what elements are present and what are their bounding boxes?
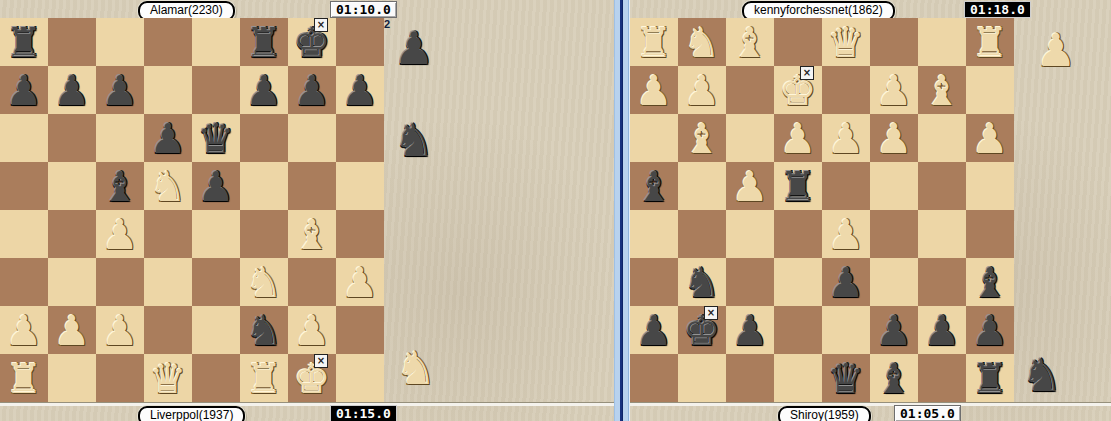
square-e1[interactable]	[774, 18, 822, 66]
square-f1[interactable]: ♝	[726, 18, 774, 66]
square-c5[interactable]: ♝	[96, 162, 144, 210]
square-a7[interactable]: ♟	[0, 66, 48, 114]
white-pawn: ♟	[96, 306, 144, 354]
square-d7[interactable]	[822, 306, 870, 354]
square-b8[interactable]	[918, 354, 966, 402]
square-g7[interactable]: ♚×	[678, 306, 726, 354]
holdings-tray-right: ♟♞	[1014, 18, 1084, 402]
square-f7[interactable]: ♟	[240, 66, 288, 114]
white-knight: ♞	[144, 162, 192, 210]
square-a5[interactable]	[0, 162, 48, 210]
left-top-strip: Alamar(2230) 01:10.0	[0, 0, 614, 18]
black-queen: ♛	[822, 354, 870, 402]
square-c2[interactable]: ♟	[870, 66, 918, 114]
square-a2[interactable]	[966, 66, 1014, 114]
square-a1[interactable]: ♜	[966, 18, 1014, 66]
black-knight: ♞	[240, 306, 288, 354]
square-f7[interactable]: ♟	[726, 306, 774, 354]
square-h6[interactable]	[630, 258, 678, 306]
square-b8[interactable]	[48, 18, 96, 66]
square-d6[interactable]: ♟	[822, 258, 870, 306]
square-b7[interactable]: ♟	[918, 306, 966, 354]
king-flag-marker-icon: ×	[800, 66, 814, 80]
square-h8[interactable]	[336, 18, 384, 66]
white-pawn: ♟	[48, 306, 96, 354]
square-b3[interactable]	[918, 114, 966, 162]
square-b3[interactable]	[48, 258, 96, 306]
black-pawn: ♟	[48, 66, 96, 114]
square-a3[interactable]	[0, 258, 48, 306]
square-g6[interactable]: ♞	[678, 258, 726, 306]
black-knight: ♞	[678, 258, 726, 306]
black-rook: ♜	[774, 162, 822, 210]
black-king: ♚	[678, 306, 726, 354]
square-g5[interactable]	[288, 162, 336, 210]
square-e7[interactable]	[192, 66, 240, 114]
square-f5[interactable]	[726, 210, 774, 258]
black-pawn: ♟	[726, 306, 774, 354]
square-b7[interactable]: ♟	[48, 66, 96, 114]
square-d2[interactable]	[144, 306, 192, 354]
square-e7[interactable]	[774, 306, 822, 354]
chess-board-left: ♜♜♚×♟♟♟♟♟♟♟♛♝♞♟♟♝♞♟♟♟♟♞♟♜♛♜♚×	[0, 18, 384, 402]
square-c2[interactable]: ♟	[96, 306, 144, 354]
black-bishop: ♝	[96, 162, 144, 210]
white-bishop: ♝	[288, 210, 336, 258]
square-g6[interactable]	[288, 114, 336, 162]
square-h4[interactable]: ♝	[630, 162, 678, 210]
white-pawn: ♟	[870, 114, 918, 162]
square-c3[interactable]: ♟	[870, 114, 918, 162]
square-b1[interactable]	[918, 18, 966, 66]
square-a5[interactable]	[966, 210, 1014, 258]
square-a4[interactable]	[0, 210, 48, 258]
black-bishop: ♝	[966, 258, 1014, 306]
white-bishop: ♝	[918, 66, 966, 114]
square-a8[interactable]: ♜	[0, 18, 48, 66]
square-c8[interactable]	[96, 18, 144, 66]
king-flag-marker-icon: ×	[314, 354, 328, 368]
white-king: ♚	[288, 354, 336, 402]
white-king: ♚	[774, 66, 822, 114]
white-pawn: ♟	[630, 66, 678, 114]
square-e3[interactable]: ♟	[774, 114, 822, 162]
square-c6[interactable]	[96, 114, 144, 162]
black-pawn: ♟	[240, 66, 288, 114]
white-pawn: ♟	[726, 162, 774, 210]
right-bottom-clock: 01:05.0	[894, 405, 961, 421]
square-f2[interactable]	[726, 66, 774, 114]
right-bottom-player-label: Shiroy(1959)	[778, 406, 871, 421]
square-c6[interactable]	[870, 258, 918, 306]
square-e4[interactable]: ♜	[774, 162, 822, 210]
square-f4[interactable]: ♟	[726, 162, 774, 210]
square-f3[interactable]: ♞	[240, 258, 288, 306]
right-top-strip: kennyforchessnet(1862) 01:18.0	[630, 0, 1111, 18]
left-top-clock: 01:10.0	[330, 1, 397, 18]
white-pawn: ♟	[774, 114, 822, 162]
square-h5[interactable]	[630, 210, 678, 258]
square-b2[interactable]: ♝	[918, 66, 966, 114]
square-a6[interactable]: ♝	[966, 258, 1014, 306]
square-c4[interactable]: ♟	[96, 210, 144, 258]
square-a6[interactable]	[0, 114, 48, 162]
black-rook: ♜	[240, 18, 288, 66]
square-c1[interactable]	[870, 18, 918, 66]
square-e8[interactable]	[774, 354, 822, 402]
square-e2[interactable]	[192, 306, 240, 354]
square-a3[interactable]: ♟	[966, 114, 1014, 162]
right-top-clock: 01:18.0	[964, 1, 1031, 18]
square-c4[interactable]	[870, 162, 918, 210]
square-e1[interactable]	[192, 354, 240, 402]
square-b2[interactable]: ♟	[48, 306, 96, 354]
black-pawn: ♟	[870, 306, 918, 354]
black-pawn: ♟	[822, 258, 870, 306]
square-g1[interactable]: ♞	[678, 18, 726, 66]
square-h7[interactable]: ♟	[630, 306, 678, 354]
square-b6[interactable]	[918, 258, 966, 306]
white-pawn: ♟	[822, 210, 870, 258]
white-bishop: ♝	[678, 114, 726, 162]
square-a4[interactable]	[966, 162, 1014, 210]
square-d6[interactable]: ♟	[144, 114, 192, 162]
bughouse-client-window: Alamar(2230) 01:10.0 ♜♜♚×♟♟♟♟♟♟♟♛♝♞♟♟♝♞♟…	[0, 0, 1111, 421]
holding-black-knight[interactable]: ♞	[388, 114, 440, 166]
square-g7[interactable]: ♟	[288, 66, 336, 114]
square-g4[interactable]	[678, 162, 726, 210]
holding-count-badge: 2	[384, 19, 390, 30]
chess-board-right: ♜♞♝♛♜♟♟♚×♟♝♝♟♟♟♟♝♟♜♟♞♟♝♟♚×♟♟♟♟♛♝♜	[630, 18, 1014, 402]
white-pawn: ♟	[678, 66, 726, 114]
black-pawn: ♟	[288, 66, 336, 114]
square-g3[interactable]	[288, 258, 336, 306]
black-pawn: ♟	[0, 66, 48, 114]
square-f8[interactable]	[726, 354, 774, 402]
square-c7[interactable]: ♟	[96, 66, 144, 114]
holding-black-pawn[interactable]: ♟2	[388, 22, 440, 74]
king-flag-marker-icon: ×	[704, 306, 718, 320]
square-f6[interactable]	[240, 114, 288, 162]
black-pawn: ♟	[630, 306, 678, 354]
square-h3[interactable]: ♟	[336, 258, 384, 306]
square-g8[interactable]: ♚×	[288, 18, 336, 66]
square-d5[interactable]: ♞	[144, 162, 192, 210]
square-h3[interactable]	[630, 114, 678, 162]
black-rook: ♜	[0, 18, 48, 66]
square-d2[interactable]	[822, 66, 870, 114]
square-g8[interactable]	[678, 354, 726, 402]
board-panel-left: Alamar(2230) 01:10.0 ♜♜♚×♟♟♟♟♟♟♟♛♝♞♟♟♝♞♟…	[0, 0, 614, 421]
square-d8[interactable]	[144, 18, 192, 66]
black-rook: ♜	[966, 354, 1014, 402]
black-pawn: ♟	[192, 162, 240, 210]
black-pawn: ♟	[336, 66, 384, 114]
white-pawn: ♟	[822, 114, 870, 162]
white-pawn: ♟	[336, 258, 384, 306]
square-e6[interactable]: ♛	[192, 114, 240, 162]
square-h6[interactable]	[336, 114, 384, 162]
square-d3[interactable]	[144, 258, 192, 306]
holding-white-knight[interactable]: ♞	[390, 342, 442, 394]
right-bottom-strip: Shiroy(1959) 01:05.0	[630, 405, 1111, 421]
square-f5[interactable]	[240, 162, 288, 210]
square-d7[interactable]	[144, 66, 192, 114]
square-f4[interactable]	[240, 210, 288, 258]
square-h1[interactable]: ♜	[630, 18, 678, 66]
square-b6[interactable]	[48, 114, 96, 162]
square-g4[interactable]: ♝	[288, 210, 336, 258]
square-c8[interactable]: ♝	[870, 354, 918, 402]
square-b5[interactable]	[48, 162, 96, 210]
square-h5[interactable]	[336, 162, 384, 210]
black-queen: ♛	[192, 114, 240, 162]
holding-black-knight[interactable]: ♞	[1016, 349, 1068, 401]
black-pawn: ♟	[96, 66, 144, 114]
black-pawn: ♟	[144, 114, 192, 162]
holdings-tray-left: ♟2♞♞	[384, 18, 454, 402]
square-h2[interactable]	[336, 306, 384, 354]
square-a1[interactable]: ♜	[0, 354, 48, 402]
board-panel-right: kennyforchessnet(1862) 01:18.0 ♜♞♝♛♜♟♟♚×…	[629, 0, 1111, 421]
window-divider[interactable]	[614, 0, 629, 421]
white-knight: ♞	[240, 258, 288, 306]
square-c3[interactable]	[96, 258, 144, 306]
square-e2[interactable]: ♚×	[774, 66, 822, 114]
square-e4[interactable]	[192, 210, 240, 258]
square-f1[interactable]: ♜	[240, 354, 288, 402]
holding-white-pawn[interactable]: ♟	[1030, 24, 1082, 76]
square-d5[interactable]: ♟	[822, 210, 870, 258]
square-g2[interactable]: ♟	[288, 306, 336, 354]
square-f3[interactable]	[726, 114, 774, 162]
black-bishop: ♝	[870, 354, 918, 402]
white-queen: ♛	[822, 18, 870, 66]
square-g5[interactable]	[678, 210, 726, 258]
square-f2[interactable]: ♞	[240, 306, 288, 354]
square-g2[interactable]: ♟	[678, 66, 726, 114]
square-d1[interactable]: ♛	[822, 18, 870, 66]
square-a8[interactable]: ♜	[966, 354, 1014, 402]
square-d3[interactable]: ♟	[822, 114, 870, 162]
white-pawn: ♟	[288, 306, 336, 354]
white-pawn: ♟	[966, 114, 1014, 162]
square-h4[interactable]	[336, 210, 384, 258]
square-c5[interactable]	[870, 210, 918, 258]
black-pawn: ♟	[966, 306, 1014, 354]
square-b4[interactable]	[918, 162, 966, 210]
square-e5[interactable]	[774, 210, 822, 258]
square-d4[interactable]	[144, 210, 192, 258]
left-bottom-clock: 01:15.0	[330, 405, 397, 421]
white-rook: ♜	[630, 18, 678, 66]
square-f6[interactable]	[726, 258, 774, 306]
black-bishop: ♝	[630, 162, 678, 210]
square-h8[interactable]	[630, 354, 678, 402]
square-c7[interactable]: ♟	[870, 306, 918, 354]
square-e5[interactable]: ♟	[192, 162, 240, 210]
white-pawn: ♟	[870, 66, 918, 114]
square-f8[interactable]: ♜	[240, 18, 288, 66]
left-bottom-strip: Liverppol(1937) 01:15.0	[0, 405, 614, 421]
square-d8[interactable]: ♛	[822, 354, 870, 402]
square-g3[interactable]: ♝	[678, 114, 726, 162]
white-pawn: ♟	[96, 210, 144, 258]
black-pawn: ♟	[918, 306, 966, 354]
square-a2[interactable]: ♟	[0, 306, 48, 354]
square-d4[interactable]	[822, 162, 870, 210]
white-queen: ♛	[144, 354, 192, 402]
white-knight: ♞	[678, 18, 726, 66]
square-b5[interactable]	[918, 210, 966, 258]
square-g1[interactable]: ♚×	[288, 354, 336, 402]
white-bishop: ♝	[726, 18, 774, 66]
white-rook: ♜	[240, 354, 288, 402]
square-b4[interactable]	[48, 210, 96, 258]
square-h2[interactable]: ♟	[630, 66, 678, 114]
white-rook: ♜	[0, 354, 48, 402]
black-king: ♚	[288, 18, 336, 66]
left-bottom-player-label: Liverppol(1937)	[138, 406, 245, 421]
square-e8[interactable]	[192, 18, 240, 66]
square-a7[interactable]: ♟	[966, 306, 1014, 354]
king-flag-marker-icon: ×	[314, 18, 328, 32]
square-h1[interactable]	[336, 354, 384, 402]
square-d1[interactable]: ♛	[144, 354, 192, 402]
square-e3[interactable]	[192, 258, 240, 306]
square-b1[interactable]	[48, 354, 96, 402]
square-h7[interactable]: ♟	[336, 66, 384, 114]
square-c1[interactable]	[96, 354, 144, 402]
square-e6[interactable]	[774, 258, 822, 306]
white-pawn: ♟	[0, 306, 48, 354]
white-rook: ♜	[966, 18, 1014, 66]
